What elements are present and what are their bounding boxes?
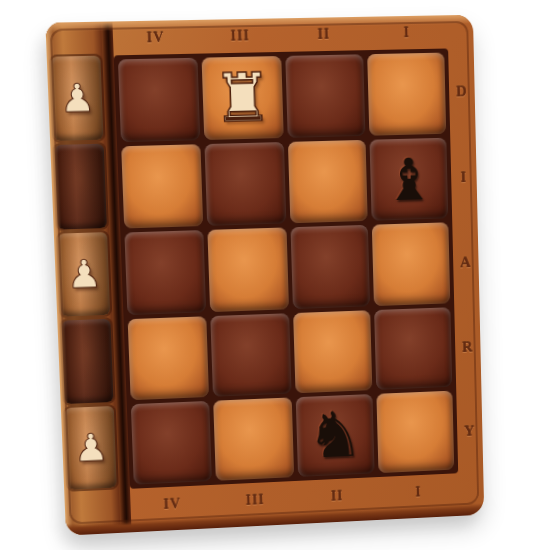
piece-white-pawn: ♟: [59, 79, 96, 119]
roman-numeral-label: III: [230, 28, 250, 45]
board-square: [205, 142, 286, 226]
board-square: [293, 310, 372, 393]
spine-square: ♟: [58, 232, 110, 317]
spine-square: [61, 319, 113, 404]
roman-numeral-label: II: [317, 26, 330, 42]
spine-square: [54, 144, 106, 229]
board-square: [208, 228, 289, 312]
board-square: [376, 390, 454, 473]
roman-numeral-label: IV: [163, 496, 181, 513]
board-square: [374, 307, 452, 390]
roman-numeral-label: I: [415, 485, 422, 501]
piece-white-pawn: ♟: [73, 428, 109, 467]
roman-numeral-label: II: [331, 488, 344, 504]
piece-white-pawn: ♟: [66, 255, 102, 295]
diary-letter: R: [462, 338, 474, 355]
spine-square: ♟: [65, 406, 117, 490]
board-square: [367, 53, 446, 136]
piece-black-bishop: ♝: [383, 150, 436, 209]
roman-numeral-label: III: [245, 492, 265, 509]
board-square: [124, 230, 206, 314]
board-square: [285, 54, 365, 138]
roman-numeral-label: I: [403, 25, 410, 41]
board-square: ♝: [369, 138, 448, 221]
diary-letter: Y: [464, 422, 476, 439]
diary-letter: I: [460, 169, 467, 186]
diary-book: ♟♟♟ IVIIIIII ♜♝♞ DIARY IVIIIIII: [45, 15, 484, 536]
product-photo: ♟♟♟ IVIIIIII ♜♝♞ DIARY IVIIIIII: [0, 0, 550, 550]
piece-white-rook: ♜: [212, 64, 274, 132]
board-square: [211, 313, 292, 397]
board-square: ♜: [202, 56, 283, 140]
board-square: [121, 144, 203, 229]
roman-numeral-label: IV: [146, 29, 165, 46]
diary-letter: A: [460, 254, 472, 271]
board-square: [118, 58, 201, 143]
chess-board: ♜♝♞: [114, 48, 459, 488]
spine-square: ♟: [51, 56, 104, 142]
diary-letter: D: [456, 83, 468, 100]
front-cover: IVIIIIII ♜♝♞ DIARY IVIIIIII: [112, 15, 484, 533]
piece-black-knight: ♞: [306, 403, 364, 468]
board-square: [213, 397, 293, 481]
board-square: ♞: [295, 394, 374, 477]
board-square: [372, 223, 451, 306]
board-square: [131, 401, 212, 485]
board-square: [290, 225, 370, 308]
board-square: [128, 316, 210, 400]
board-square: [287, 140, 367, 224]
